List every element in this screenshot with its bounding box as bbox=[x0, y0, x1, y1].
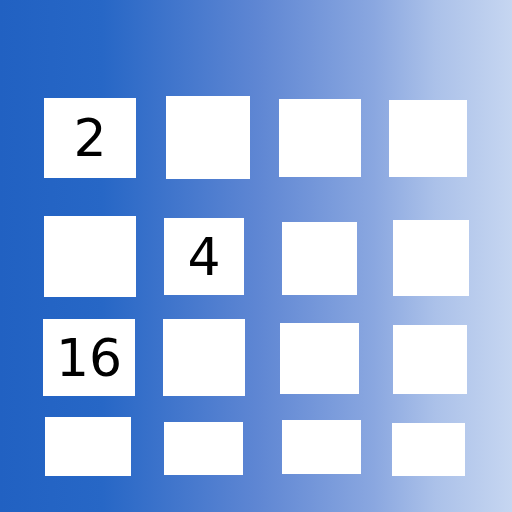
cell-r3c1: 16 bbox=[43, 319, 135, 396]
cell-r2c4 bbox=[393, 220, 469, 296]
background: 2 4 16 bbox=[0, 0, 512, 512]
board-2048[interactable]: 2 4 16 bbox=[0, 0, 512, 512]
cell-r4c3 bbox=[282, 420, 361, 474]
cell-r1c4 bbox=[389, 100, 467, 177]
cell-r3c2 bbox=[163, 319, 245, 396]
cell-r1c2 bbox=[166, 96, 250, 179]
cell-r4c1 bbox=[45, 417, 131, 476]
cell-r4c2 bbox=[164, 422, 243, 475]
cell-r4c4 bbox=[392, 423, 465, 476]
cell-r2c3 bbox=[282, 222, 357, 295]
cell-r1c3 bbox=[279, 99, 361, 177]
cell-r1c1: 2 bbox=[44, 98, 136, 178]
cell-r3c4 bbox=[393, 325, 467, 394]
cell-r2c2: 4 bbox=[164, 218, 244, 295]
cell-r3c3 bbox=[280, 323, 359, 394]
cell-r2c1 bbox=[44, 216, 136, 297]
